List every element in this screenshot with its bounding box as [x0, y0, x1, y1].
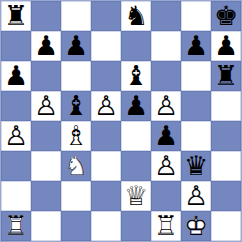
square-g4[interactable] — [181, 121, 211, 151]
square-g7[interactable]: ♟ — [181, 31, 211, 61]
square-a5[interactable] — [1, 91, 31, 121]
white-queen[interactable]: ♛♕ — [121, 181, 151, 211]
piece-fill: ♟ — [214, 32, 238, 59]
black-pawn[interactable]: ♟ — [181, 31, 211, 61]
square-e8[interactable]: ♞ — [121, 1, 151, 31]
chess-board: ♜♞♚♟♟♟♟♟♝♜♟♙♝♟♙♟♟♙♟♙♝♗♟♞♘♟♙♛♛♕♟♙♜♖♜♖♚♔ — [0, 0, 242, 242]
square-g1[interactable]: ♚♔ — [181, 211, 211, 241]
square-f3[interactable]: ♟♙ — [151, 151, 181, 181]
square-b5[interactable]: ♟♙ — [31, 91, 61, 121]
square-c4[interactable]: ♝♗ — [61, 121, 91, 151]
piece-fill: ♜ — [4, 2, 28, 29]
white-pawn[interactable]: ♟♙ — [151, 91, 181, 121]
white-pawn[interactable]: ♟♙ — [151, 151, 181, 181]
square-b2[interactable] — [31, 181, 61, 211]
piece-outline: ♖ — [4, 212, 28, 239]
square-f8[interactable] — [151, 1, 181, 31]
square-b6[interactable] — [31, 61, 61, 91]
white-knight[interactable]: ♞♘ — [61, 151, 91, 181]
square-d3[interactable] — [91, 151, 121, 181]
black-pawn[interactable]: ♟ — [121, 91, 151, 121]
piece-fill: ♝ — [64, 92, 88, 119]
square-c8[interactable] — [61, 1, 91, 31]
square-h5[interactable] — [211, 91, 241, 121]
white-bishop[interactable]: ♝♗ — [61, 121, 91, 151]
square-a8[interactable]: ♜ — [1, 1, 31, 31]
black-pawn[interactable]: ♟ — [1, 61, 31, 91]
piece-fill: ♝ — [124, 62, 148, 89]
square-d7[interactable] — [91, 31, 121, 61]
black-pawn[interactable]: ♟ — [31, 31, 61, 61]
square-f5[interactable]: ♟♙ — [151, 91, 181, 121]
piece-fill: ♜ — [214, 62, 238, 89]
piece-outline: ♙ — [154, 92, 178, 119]
square-a2[interactable] — [1, 181, 31, 211]
square-h7[interactable]: ♟ — [211, 31, 241, 61]
square-d2[interactable] — [91, 181, 121, 211]
square-b8[interactable] — [31, 1, 61, 31]
square-e1[interactable] — [121, 211, 151, 241]
piece-outline: ♙ — [184, 182, 208, 209]
square-h6[interactable]: ♜ — [211, 61, 241, 91]
white-pawn[interactable]: ♟♙ — [1, 121, 31, 151]
square-e5[interactable]: ♟ — [121, 91, 151, 121]
square-g2[interactable]: ♟♙ — [181, 181, 211, 211]
square-e7[interactable] — [121, 31, 151, 61]
black-bishop[interactable]: ♝ — [121, 61, 151, 91]
square-d8[interactable] — [91, 1, 121, 31]
square-a3[interactable] — [1, 151, 31, 181]
square-c5[interactable]: ♝ — [61, 91, 91, 121]
piece-fill: ♟ — [124, 92, 148, 119]
piece-outline: ♙ — [34, 92, 58, 119]
square-c6[interactable] — [61, 61, 91, 91]
square-g6[interactable] — [181, 61, 211, 91]
piece-fill: ♟ — [34, 32, 58, 59]
black-pawn[interactable]: ♟ — [211, 31, 241, 61]
square-a6[interactable]: ♟ — [1, 61, 31, 91]
piece-fill: ♞ — [124, 2, 148, 29]
black-pawn[interactable]: ♟ — [151, 121, 181, 151]
piece-fill: ♛ — [184, 152, 208, 179]
square-e3[interactable] — [121, 151, 151, 181]
piece-outline: ♘ — [64, 152, 88, 179]
black-king[interactable]: ♚ — [211, 1, 241, 31]
square-h1[interactable] — [211, 211, 241, 241]
square-f7[interactable] — [151, 31, 181, 61]
square-b4[interactable] — [31, 121, 61, 151]
white-rook[interactable]: ♜♖ — [151, 211, 181, 241]
piece-fill: ♟ — [184, 32, 208, 59]
square-g3[interactable]: ♛ — [181, 151, 211, 181]
black-bishop[interactable]: ♝ — [61, 91, 91, 121]
piece-fill: ♟ — [154, 122, 178, 149]
square-d4[interactable] — [91, 121, 121, 151]
black-pawn[interactable]: ♟ — [61, 31, 91, 61]
piece-fill: ♟ — [64, 32, 88, 59]
square-h8[interactable]: ♚ — [211, 1, 241, 31]
piece-outline: ♙ — [154, 152, 178, 179]
piece-fill: ♚ — [214, 2, 238, 29]
square-e2[interactable]: ♛♕ — [121, 181, 151, 211]
square-e6[interactable]: ♝ — [121, 61, 151, 91]
square-h2[interactable] — [211, 181, 241, 211]
square-c1[interactable] — [61, 211, 91, 241]
piece-outline: ♔ — [184, 212, 208, 239]
square-g5[interactable] — [181, 91, 211, 121]
square-a1[interactable]: ♜♖ — [1, 211, 31, 241]
piece-outline: ♖ — [154, 212, 178, 239]
square-c3[interactable]: ♞♘ — [61, 151, 91, 181]
square-g8[interactable] — [181, 1, 211, 31]
square-b7[interactable]: ♟ — [31, 31, 61, 61]
white-king[interactable]: ♚♔ — [181, 211, 211, 241]
square-f6[interactable] — [151, 61, 181, 91]
black-rook[interactable]: ♜ — [1, 1, 31, 31]
square-h4[interactable] — [211, 121, 241, 151]
white-pawn[interactable]: ♟♙ — [31, 91, 61, 121]
piece-outline: ♕ — [124, 182, 148, 209]
square-a7[interactable] — [1, 31, 31, 61]
square-h3[interactable] — [211, 151, 241, 181]
piece-fill: ♟ — [4, 62, 28, 89]
piece-outline: ♙ — [94, 92, 118, 119]
piece-outline: ♗ — [64, 122, 88, 149]
square-c7[interactable]: ♟ — [61, 31, 91, 61]
white-pawn[interactable]: ♟♙ — [91, 91, 121, 121]
black-rook[interactable]: ♜ — [211, 61, 241, 91]
square-d1[interactable] — [91, 211, 121, 241]
square-d5[interactable]: ♟♙ — [91, 91, 121, 121]
white-rook[interactable]: ♜♖ — [1, 211, 31, 241]
black-queen[interactable]: ♛ — [181, 151, 211, 181]
square-d6[interactable] — [91, 61, 121, 91]
square-b3[interactable] — [31, 151, 61, 181]
square-a4[interactable]: ♟♙ — [1, 121, 31, 151]
square-f2[interactable] — [151, 181, 181, 211]
black-knight[interactable]: ♞ — [121, 1, 151, 31]
piece-outline: ♙ — [4, 122, 28, 149]
square-b1[interactable] — [31, 211, 61, 241]
square-f4[interactable]: ♟ — [151, 121, 181, 151]
square-f1[interactable]: ♜♖ — [151, 211, 181, 241]
white-pawn[interactable]: ♟♙ — [181, 181, 211, 211]
square-c2[interactable] — [61, 181, 91, 211]
square-e4[interactable] — [121, 121, 151, 151]
